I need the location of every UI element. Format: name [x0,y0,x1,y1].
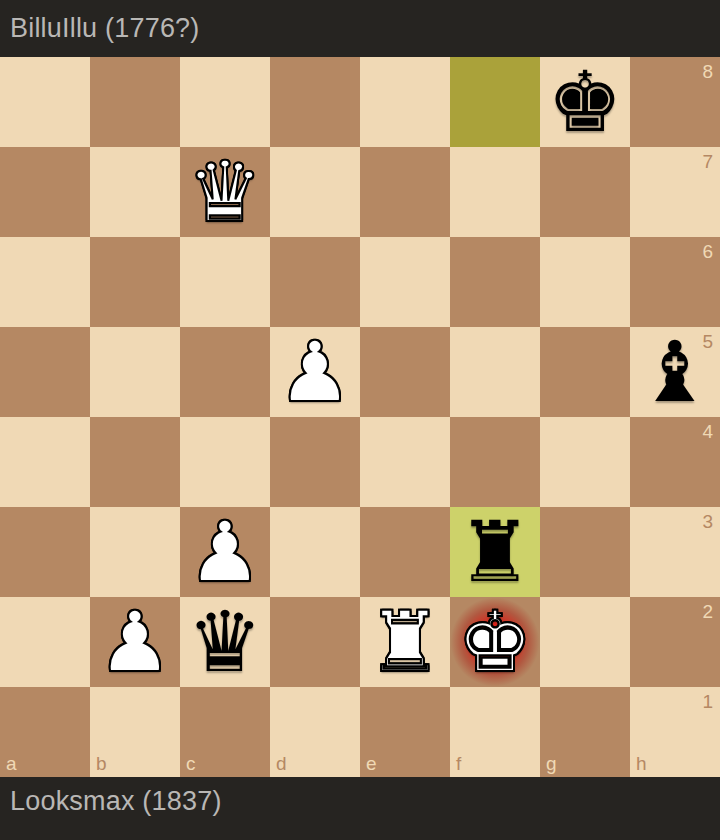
square-d4[interactable] [270,417,360,507]
coord-rank-2: 2 [702,602,713,621]
square-h5[interactable]: ♝5 [630,327,720,417]
square-c2[interactable]: ♛ [180,597,270,687]
square-d7[interactable] [270,147,360,237]
coord-rank-6: 6 [702,242,713,261]
square-g6[interactable] [540,237,630,327]
square-c7[interactable]: ♛ [180,147,270,237]
coord-rank-3: 3 [702,512,713,531]
square-a3[interactable] [0,507,90,597]
square-e7[interactable] [360,147,450,237]
player-top-bar: BilluIllu (1776?) [0,0,720,57]
square-d3[interactable] [270,507,360,597]
piece-white-pawn-d5[interactable]: ♟ [270,327,360,417]
piece-white-rook-e2[interactable]: ♜ [360,597,450,687]
piece-black-rook-f3[interactable]: ♜ [450,507,540,597]
coord-file-h: h [636,754,647,773]
piece-white-queen-c7[interactable]: ♛ [180,147,270,237]
square-a2[interactable] [0,597,90,687]
square-g7[interactable] [540,147,630,237]
player-bottom-label: Looksmax (1837) [10,786,222,817]
square-b1[interactable]: b [90,687,180,777]
coord-file-f: f [456,754,461,773]
square-a8[interactable] [0,57,90,147]
coord-rank-1: 1 [702,692,713,711]
square-b2[interactable]: ♟ [90,597,180,687]
square-e8[interactable] [360,57,450,147]
square-f6[interactable] [450,237,540,327]
square-g1[interactable]: g [540,687,630,777]
square-b5[interactable] [90,327,180,417]
square-g3[interactable] [540,507,630,597]
square-f8[interactable] [450,57,540,147]
square-f3[interactable]: ♜ [450,507,540,597]
square-c4[interactable] [180,417,270,507]
square-e5[interactable] [360,327,450,417]
coord-rank-4: 4 [702,422,713,441]
square-e2[interactable]: ♜ [360,597,450,687]
square-a1[interactable]: a [0,687,90,777]
square-d5[interactable]: ♟ [270,327,360,417]
square-c8[interactable] [180,57,270,147]
square-f7[interactable] [450,147,540,237]
player-bottom-bar: Looksmax (1837) [0,777,720,840]
square-h4[interactable]: 4 [630,417,720,507]
square-b3[interactable] [90,507,180,597]
coord-file-b: b [96,754,107,773]
square-h1[interactable]: 1h [630,687,720,777]
piece-white-pawn-c3[interactable]: ♟ [180,507,270,597]
square-c5[interactable] [180,327,270,417]
coord-rank-7: 7 [702,152,713,171]
coord-file-a: a [6,754,17,773]
square-h2[interactable]: 2 [630,597,720,687]
square-g5[interactable] [540,327,630,417]
square-b8[interactable] [90,57,180,147]
square-f2[interactable]: ♚ [450,597,540,687]
square-a6[interactable] [0,237,90,327]
square-f1[interactable]: f [450,687,540,777]
chess-app: BilluIllu (1776?) ♚8♛76♟♝54♟♜3♟♛♜♚2abcde… [0,0,720,840]
square-e6[interactable] [360,237,450,327]
square-a4[interactable] [0,417,90,507]
square-g4[interactable] [540,417,630,507]
coord-file-d: d [276,754,287,773]
square-g8[interactable]: ♚ [540,57,630,147]
square-e1[interactable]: e [360,687,450,777]
coord-file-g: g [546,754,557,773]
coord-file-e: e [366,754,377,773]
square-g2[interactable] [540,597,630,687]
square-a7[interactable] [0,147,90,237]
square-c1[interactable]: c [180,687,270,777]
square-d1[interactable]: d [270,687,360,777]
square-c3[interactable]: ♟ [180,507,270,597]
square-d6[interactable] [270,237,360,327]
square-h7[interactable]: 7 [630,147,720,237]
square-h3[interactable]: 3 [630,507,720,597]
square-a5[interactable] [0,327,90,417]
square-c6[interactable] [180,237,270,327]
square-h8[interactable]: 8 [630,57,720,147]
square-e4[interactable] [360,417,450,507]
square-d2[interactable] [270,597,360,687]
square-h6[interactable]: 6 [630,237,720,327]
square-b4[interactable] [90,417,180,507]
chess-board[interactable]: ♚8♛76♟♝54♟♜3♟♛♜♚2abcdefg1h [0,57,720,777]
coord-rank-5: 5 [702,332,713,351]
coord-file-c: c [186,754,196,773]
square-f5[interactable] [450,327,540,417]
player-top-label: BilluIllu (1776?) [10,13,200,44]
square-f4[interactable] [450,417,540,507]
square-d8[interactable] [270,57,360,147]
square-e3[interactable] [360,507,450,597]
piece-white-king-f2[interactable]: ♚ [450,597,540,687]
coord-rank-8: 8 [702,62,713,81]
square-b7[interactable] [90,147,180,237]
square-b6[interactable] [90,237,180,327]
piece-black-king-g8[interactable]: ♚ [540,57,630,147]
piece-black-queen-c2[interactable]: ♛ [180,597,270,687]
piece-white-pawn-b2[interactable]: ♟ [90,597,180,687]
